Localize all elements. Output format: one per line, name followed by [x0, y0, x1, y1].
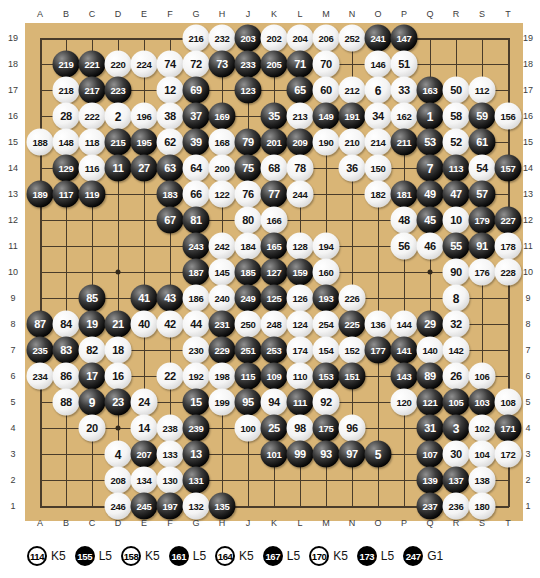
stone-E5: 24: [131, 389, 158, 416]
go-board: 2162322032022042062522411472192212202247…: [25, 23, 523, 521]
stone-move-number: 202: [267, 33, 282, 43]
stone-B6: 86: [53, 363, 80, 390]
stone-move-number: 137: [449, 475, 464, 485]
stone-F1: 197: [157, 493, 184, 520]
caption-item-move-114: 114K5: [27, 546, 66, 566]
stone-move-number: 21: [112, 319, 124, 330]
caption-item-move-158: 158K5: [121, 546, 160, 566]
stone-C8: 19: [79, 311, 106, 338]
stone-move-number: 41: [138, 293, 150, 304]
stone-K8: 248: [261, 311, 288, 338]
stone-T3: 172: [495, 441, 522, 468]
coord-label-right-18: 18: [523, 59, 533, 69]
stone-L19: 204: [287, 25, 314, 52]
stone-R15: 52: [443, 129, 470, 156]
stone-J5: 95: [235, 389, 262, 416]
stone-O16: 34: [365, 103, 392, 130]
stone-move-number: 85: [86, 293, 98, 304]
coord-label-right-9: 9: [525, 293, 530, 303]
stone-move-number: 157: [501, 163, 516, 173]
coord-label-bottom-J: J: [246, 518, 251, 528]
stone-G15: 39: [183, 129, 210, 156]
stone-move-number: 203: [241, 33, 256, 43]
stone-B7: 83: [53, 337, 80, 364]
caption-item-move-173: 173L5: [357, 546, 394, 566]
stone-move-number: 28: [60, 111, 72, 122]
coord-label-left-14: 14: [8, 163, 18, 173]
stone-move-number: 142: [449, 345, 464, 355]
stone-move-number: 122: [215, 189, 230, 199]
stone-move-number: 135: [215, 501, 230, 511]
stone-move-number: 94: [268, 397, 280, 408]
stone-J14: 75: [235, 155, 262, 182]
stone-C16: 222: [79, 103, 106, 130]
stone-L13: 244: [287, 181, 314, 208]
stone-move-number: 54: [476, 163, 488, 174]
stone-E2: 134: [131, 467, 158, 494]
stone-move-number: 174: [293, 345, 308, 355]
coord-label-right-11: 11: [523, 241, 532, 251]
stone-move-number: 113: [449, 163, 463, 173]
stone-E9: 41: [131, 285, 158, 312]
stone-move-number: 214: [371, 137, 386, 147]
stone-move-number: 150: [371, 163, 386, 173]
stone-L10: 159: [287, 259, 314, 286]
coord-label-bottom-E: E: [141, 518, 147, 528]
stone-K16: 35: [261, 103, 288, 130]
stone-Q5: 121: [417, 389, 444, 416]
stone-move-number: 43: [164, 293, 176, 304]
stone-move-number: 53: [424, 137, 436, 148]
stone-F16: 38: [157, 103, 184, 130]
stone-G3: 13: [183, 441, 210, 468]
stone-move-number: 139: [423, 475, 438, 485]
stone-move-number: 98: [294, 423, 306, 434]
stone-H1: 135: [209, 493, 236, 520]
stone-M11: 194: [313, 233, 340, 260]
coord-label-top-B: B: [63, 9, 69, 19]
stone-move-number: 107: [423, 449, 438, 459]
stone-move-number: 254: [319, 319, 334, 329]
stone-move-number: 78: [294, 163, 306, 174]
stone-G5: 15: [183, 389, 210, 416]
stone-P18: 51: [391, 51, 418, 78]
stone-D3: 4: [105, 441, 132, 468]
stone-E4: 14: [131, 415, 158, 442]
stone-move-number: 35: [268, 111, 280, 122]
stone-T5: 108: [495, 389, 522, 416]
stone-E3: 207: [131, 441, 158, 468]
stone-move-number: 196: [137, 111, 152, 121]
coord-label-right-17: 17: [523, 85, 533, 95]
stone-R8: 32: [443, 311, 470, 338]
stone-move-number: 251: [241, 345, 256, 355]
stone-move-number: 211: [397, 137, 411, 147]
caption-point-label: L5: [381, 549, 394, 563]
stone-move-number: 141: [397, 345, 412, 355]
stone-M3: 93: [313, 441, 340, 468]
stone-move-number: 189: [33, 189, 48, 199]
stone-S15: 61: [469, 129, 496, 156]
stone-move-number: 206: [319, 33, 334, 43]
stone-R16: 58: [443, 103, 470, 130]
stone-move-number: 118: [85, 137, 99, 147]
stone-Q3: 107: [417, 441, 444, 468]
stone-P16: 162: [391, 103, 418, 130]
stone-R11: 55: [443, 233, 470, 260]
stone-move-number: 24: [138, 397, 150, 408]
coord-label-left-19: 19: [8, 33, 18, 43]
stone-move-number: 42: [164, 319, 176, 330]
coord-label-left-4: 4: [10, 423, 15, 433]
stone-R9: 8: [443, 285, 470, 312]
stone-move-number: 11: [112, 163, 123, 174]
stone-move-number: 60: [320, 85, 332, 96]
stone-move-number: 109: [267, 371, 282, 381]
stone-L17: 65: [287, 77, 314, 104]
stone-move-number: 242: [215, 241, 230, 251]
stone-G17: 69: [183, 77, 210, 104]
stone-N4: 96: [339, 415, 366, 442]
stone-S14: 54: [469, 155, 496, 182]
stone-move-number: 63: [164, 163, 176, 174]
stone-move-number: 3: [453, 422, 459, 434]
stone-move-number: 83: [60, 345, 72, 356]
stone-move-number: 6: [375, 84, 381, 96]
stone-move-number: 81: [190, 215, 202, 226]
stone-Q17: 163: [417, 77, 444, 104]
coord-label-left-9: 9: [10, 293, 15, 303]
stone-O19: 241: [365, 25, 392, 52]
stone-E15: 195: [131, 129, 158, 156]
stone-H15: 168: [209, 129, 236, 156]
stone-move-number: 126: [293, 293, 308, 303]
stone-move-number: 159: [293, 267, 308, 277]
stone-N19: 252: [339, 25, 366, 52]
stone-move-number: 231: [215, 319, 230, 329]
stone-S13: 57: [469, 181, 496, 208]
coord-label-left-11: 11: [8, 241, 17, 251]
coord-label-bottom-G: G: [192, 518, 199, 528]
stone-move-number: 120: [397, 397, 412, 407]
coord-label-left-6: 6: [10, 371, 15, 381]
coord-label-right-19: 19: [523, 33, 533, 43]
stone-R5: 105: [443, 389, 470, 416]
stone-move-number: 55: [450, 241, 462, 252]
stone-move-number: 185: [241, 267, 256, 277]
stone-move-number: 91: [476, 241, 488, 252]
stone-M6: 153: [313, 363, 340, 390]
stone-H18: 73: [209, 51, 236, 78]
stone-G16: 37: [183, 103, 210, 130]
stone-D5: 23: [105, 389, 132, 416]
stone-move-number: 66: [190, 189, 202, 200]
stone-K5: 94: [261, 389, 288, 416]
stone-move-number: 96: [346, 423, 358, 434]
stone-N16: 191: [339, 103, 366, 130]
caption-point-label: K5: [145, 549, 160, 563]
stone-F3: 133: [157, 441, 184, 468]
stone-move-number: 148: [59, 137, 74, 147]
stone-N9: 226: [339, 285, 366, 312]
stone-move-number: 169: [215, 111, 230, 121]
stone-S16: 59: [469, 103, 496, 130]
stone-move-number: 31: [424, 423, 436, 434]
stone-M4: 175: [313, 415, 340, 442]
stone-move-number: 154: [319, 345, 334, 355]
stone-A7: 235: [27, 337, 54, 364]
caption-point-label: K5: [51, 549, 66, 563]
coord-label-bottom-H: H: [219, 518, 226, 528]
stone-C13: 119: [79, 181, 106, 208]
stone-move-number: 172: [501, 449, 516, 459]
stone-move-number: 156: [501, 111, 516, 121]
stone-T14: 157: [495, 155, 522, 182]
stone-A13: 189: [27, 181, 54, 208]
stone-move-number: 89: [424, 371, 436, 382]
stone-L14: 78: [287, 155, 314, 182]
stone-M5: 92: [313, 389, 340, 416]
stone-move-number: 40: [138, 319, 150, 330]
caption-stone-173: 173: [357, 546, 377, 566]
stone-move-number: 219: [59, 59, 74, 69]
stone-move-number: 88: [60, 397, 72, 408]
stone-Q4: 31: [417, 415, 444, 442]
stone-L15: 209: [287, 129, 314, 156]
stone-move-number: 230: [189, 345, 204, 355]
stone-move-number: 70: [320, 59, 332, 70]
stone-D7: 18: [105, 337, 132, 364]
stone-move-number: 184: [241, 241, 256, 251]
stone-N3: 97: [339, 441, 366, 468]
stone-L8: 124: [287, 311, 314, 338]
stone-O18: 146: [365, 51, 392, 78]
stone-O8: 136: [365, 311, 392, 338]
stone-move-number: 86: [60, 371, 72, 382]
stone-P15: 211: [391, 129, 418, 156]
stone-move-number: 171: [501, 423, 516, 433]
stone-Q8: 29: [417, 311, 444, 338]
stone-G12: 81: [183, 207, 210, 234]
stone-M9: 193: [313, 285, 340, 312]
stone-move-number: 33: [398, 85, 410, 96]
stone-P17: 33: [391, 77, 418, 104]
coord-label-left-16: 16: [8, 111, 18, 121]
stone-S1: 180: [469, 493, 496, 520]
stone-F4: 238: [157, 415, 184, 442]
stone-B14: 129: [53, 155, 80, 182]
stone-R14: 113: [443, 155, 470, 182]
stone-F15: 62: [157, 129, 184, 156]
stone-move-number: 243: [189, 241, 204, 251]
stone-move-number: 104: [475, 449, 490, 459]
caption-item-move-161: 161L5: [169, 546, 206, 566]
coord-label-bottom-S: S: [479, 518, 485, 528]
stone-B13: 117: [53, 181, 80, 208]
coord-label-bottom-R: R: [453, 518, 460, 528]
caption-item-move-155: 155L5: [75, 546, 112, 566]
stone-move-number: 47: [450, 189, 462, 200]
coord-label-top-O: O: [374, 9, 381, 19]
stone-move-number: 250: [241, 319, 256, 329]
stone-move-number: 15: [190, 397, 202, 408]
stone-move-number: 227: [501, 215, 516, 225]
stone-S11: 91: [469, 233, 496, 260]
stone-D16: 2: [105, 103, 132, 130]
stone-move-number: 110: [293, 371, 307, 381]
stone-M18: 70: [313, 51, 340, 78]
stone-move-number: 225: [345, 319, 360, 329]
coord-label-left-12: 12: [8, 215, 18, 225]
stone-move-number: 75: [242, 163, 254, 174]
stone-move-number: 106: [475, 371, 490, 381]
stone-N14: 36: [339, 155, 366, 182]
stone-move-number: 65: [294, 85, 306, 96]
stone-O17: 6: [365, 77, 392, 104]
stone-move-number: 124: [293, 319, 308, 329]
stone-move-number: 127: [267, 267, 282, 277]
stone-move-number: 90: [450, 267, 462, 278]
stone-J19: 203: [235, 25, 262, 52]
stone-move-number: 165: [267, 241, 282, 251]
stone-move-number: 217: [85, 85, 100, 95]
coord-label-left-15: 15: [8, 137, 18, 147]
stone-Q1: 237: [417, 493, 444, 520]
stone-move-number: 57: [476, 189, 488, 200]
coord-label-top-A: A: [37, 9, 43, 19]
stone-move-number: 119: [85, 189, 99, 199]
coord-label-left-5: 5: [10, 397, 15, 407]
star-point-D10: [116, 270, 121, 275]
coord-label-left-1: 1: [10, 501, 15, 511]
stone-N7: 152: [339, 337, 366, 364]
caption-point-label: G1: [427, 549, 443, 563]
stone-move-number: 194: [319, 241, 334, 251]
stone-M7: 154: [313, 337, 340, 364]
stone-T4: 171: [495, 415, 522, 442]
stone-P12: 48: [391, 207, 418, 234]
stone-move-number: 200: [215, 163, 230, 173]
stone-H13: 122: [209, 181, 236, 208]
coord-label-bottom-L: L: [297, 518, 302, 528]
stone-P19: 147: [391, 25, 418, 52]
stone-L18: 71: [287, 51, 314, 78]
stone-C9: 85: [79, 285, 106, 312]
stone-F2: 130: [157, 467, 184, 494]
stone-move-number: 46: [424, 241, 436, 252]
stone-move-number: 149: [319, 111, 334, 121]
stone-move-number: 245: [137, 501, 152, 511]
coord-label-left-2: 2: [10, 475, 15, 485]
stone-G19: 216: [183, 25, 210, 52]
stone-move-number: 140: [423, 345, 438, 355]
stone-K4: 25: [261, 415, 288, 442]
stone-E1: 245: [131, 493, 158, 520]
stone-K14: 68: [261, 155, 288, 182]
coord-label-bottom-F: F: [167, 518, 173, 528]
stone-S4: 102: [469, 415, 496, 442]
stone-move-number: 68: [268, 163, 280, 174]
stone-D15: 215: [105, 129, 132, 156]
stone-move-number: 95: [242, 397, 254, 408]
stone-S10: 176: [469, 259, 496, 286]
stone-Q11: 46: [417, 233, 444, 260]
stone-G6: 192: [183, 363, 210, 390]
coord-label-left-7: 7: [10, 345, 15, 355]
stone-move-number: 99: [294, 449, 306, 460]
stone-P6: 143: [391, 363, 418, 390]
stone-M10: 160: [313, 259, 340, 286]
stone-move-number: 49: [424, 189, 436, 200]
coord-label-right-15: 15: [523, 137, 533, 147]
coord-label-bottom-T: T: [505, 518, 511, 528]
stone-K12: 166: [261, 207, 288, 234]
stone-move-number: 12: [164, 85, 176, 96]
stone-L16: 213: [287, 103, 314, 130]
caption-stone-164: 164: [215, 546, 235, 566]
stone-S6: 106: [469, 363, 496, 390]
stone-M16: 149: [313, 103, 340, 130]
stone-move-number: 67: [164, 215, 176, 226]
stone-B5: 88: [53, 389, 80, 416]
caption-stone-167: 167: [263, 546, 283, 566]
stone-move-number: 92: [320, 397, 332, 408]
caption-point-label: K5: [333, 549, 348, 563]
stone-move-number: 180: [475, 501, 490, 511]
stone-R17: 50: [443, 77, 470, 104]
coord-label-right-3: 3: [525, 449, 530, 459]
stone-N17: 212: [339, 77, 366, 104]
stone-B17: 218: [53, 77, 80, 104]
caption-item-move-167: 167L5: [263, 546, 300, 566]
stone-move-number: 56: [398, 241, 410, 252]
stone-move-number: 30: [450, 449, 462, 460]
stone-Q6: 89: [417, 363, 444, 390]
coord-label-bottom-C: C: [89, 518, 96, 528]
caption-point-label: L5: [287, 549, 300, 563]
stone-move-number: 236: [449, 501, 464, 511]
stone-move-number: 97: [346, 449, 358, 460]
stone-O13: 182: [365, 181, 392, 208]
stone-move-number: 9: [89, 396, 95, 408]
stone-Q13: 49: [417, 181, 444, 208]
stone-M17: 60: [313, 77, 340, 104]
stone-move-number: 237: [423, 501, 438, 511]
stone-K11: 165: [261, 233, 288, 260]
stone-move-number: 210: [345, 137, 360, 147]
stone-move-number: 134: [137, 475, 152, 485]
stone-R1: 236: [443, 493, 470, 520]
coord-label-top-S: S: [479, 9, 485, 19]
go-kifu-diagram: 2162322032022042062522411472192212202247…: [0, 0, 540, 578]
stone-R2: 137: [443, 467, 470, 494]
stone-move-number: 73: [216, 59, 228, 70]
stone-move-number: 145: [215, 267, 230, 277]
stone-move-number: 147: [397, 33, 412, 43]
stone-D17: 223: [105, 77, 132, 104]
stone-G7: 230: [183, 337, 210, 364]
coord-label-left-13: 13: [8, 189, 18, 199]
stone-C18: 221: [79, 51, 106, 78]
stone-move-number: 50: [450, 85, 462, 96]
coord-label-top-L: L: [297, 9, 302, 19]
star-point-D4: [116, 426, 121, 431]
stone-G13: 66: [183, 181, 210, 208]
coord-label-top-F: F: [167, 9, 173, 19]
stone-move-number: 72: [190, 59, 202, 70]
coord-label-bottom-O: O: [374, 518, 381, 528]
stone-C15: 118: [79, 129, 106, 156]
